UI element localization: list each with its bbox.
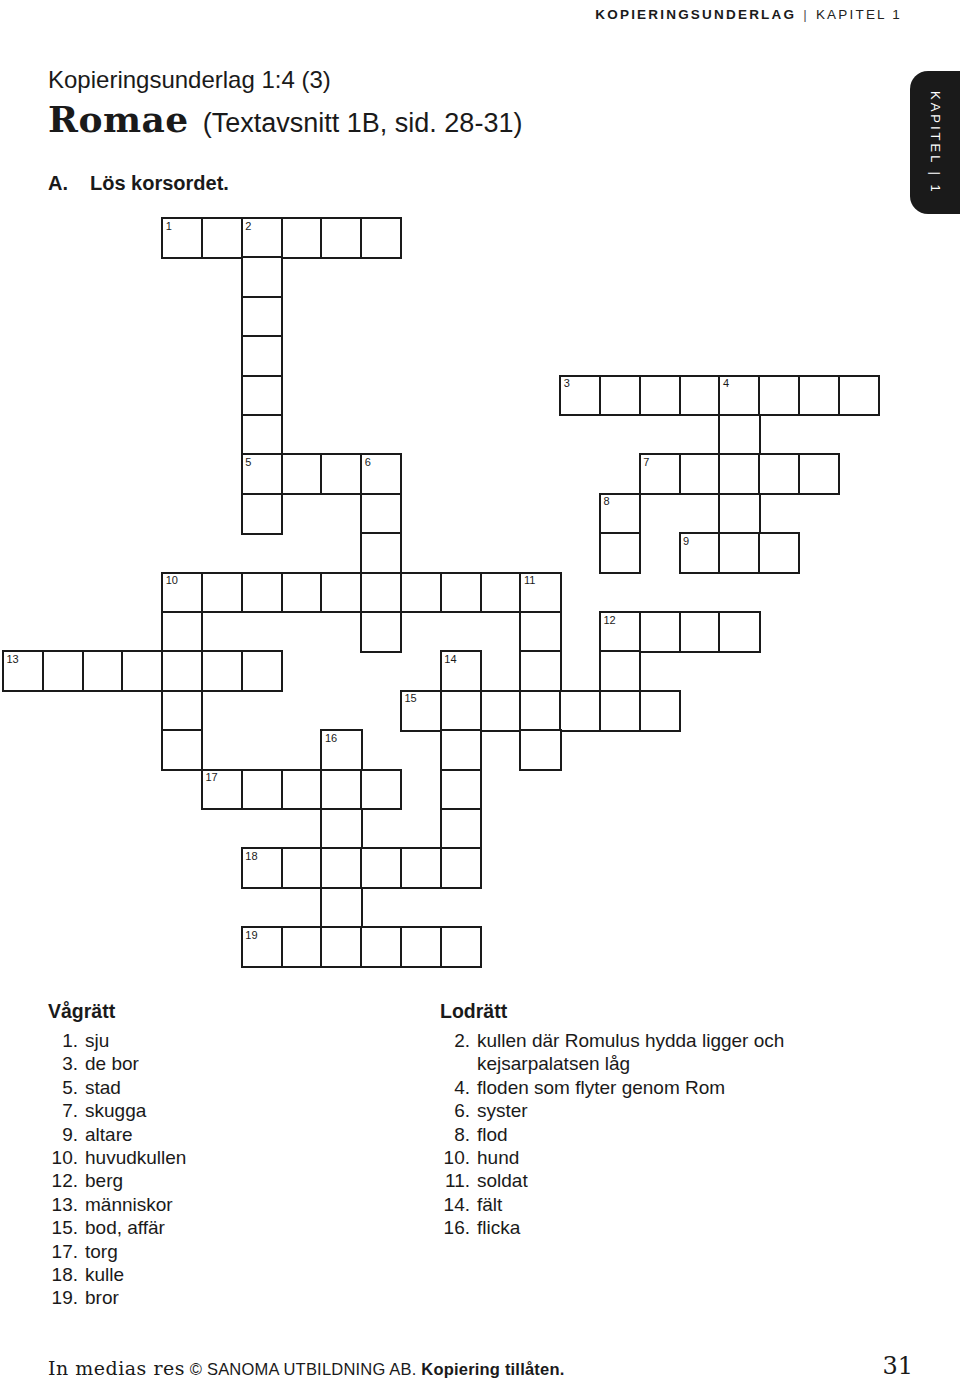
grid-cell[interactable] (241, 414, 283, 456)
clue-item: 2.kullen där Romulus hydda ligger och ke… (440, 1029, 862, 1076)
grid-cell[interactable] (480, 690, 522, 732)
grid-cell[interactable] (161, 729, 203, 771)
worksheet-page: { "header": { "section": "KOPIERINGSUNDE… (0, 0, 960, 1388)
clue-item-text: de bor (85, 1052, 139, 1075)
clue-number: 2 (245, 220, 251, 232)
page-number: 31 (882, 1352, 913, 1380)
grid-cell[interactable] (519, 650, 561, 692)
clue-item-text: kullen där Romulus hydda ligger och kejs… (477, 1029, 862, 1076)
grid-cell[interactable] (679, 611, 721, 653)
clue-number: 16 (325, 732, 337, 744)
grid-cell[interactable] (320, 887, 362, 929)
grid-cell[interactable] (281, 847, 323, 889)
grid-cell[interactable] (440, 847, 482, 889)
grid-cell[interactable] (639, 375, 681, 417)
grid-cell[interactable] (241, 572, 283, 614)
grid-cell[interactable] (758, 453, 800, 495)
clue-item: 4.floden som flyter genom Rom (440, 1076, 862, 1099)
grid-cell[interactable] (360, 217, 402, 259)
grid-cell[interactable] (440, 690, 482, 732)
grid-cell[interactable]: 2 (241, 217, 283, 259)
grid-cell[interactable] (82, 650, 124, 692)
grid-cell[interactable] (599, 690, 641, 732)
clue-item-text: flod (477, 1123, 508, 1146)
grid-cell[interactable] (679, 453, 721, 495)
grid-cell[interactable] (718, 611, 760, 653)
down-clues-header: Lodrätt (440, 1000, 862, 1023)
grid-cell[interactable]: 15 (400, 690, 442, 732)
grid-cell[interactable] (838, 375, 880, 417)
grid-cell[interactable] (281, 769, 323, 811)
clue-item-number: 10. (440, 1146, 470, 1169)
clue-number: 3 (564, 377, 570, 389)
clue-number: 18 (245, 850, 257, 862)
grid-cell[interactable] (758, 375, 800, 417)
grid-cell[interactable] (320, 572, 362, 614)
clue-item-text: flicka (477, 1216, 520, 1239)
grid-cell[interactable] (718, 453, 760, 495)
clue-number: 7 (643, 456, 649, 468)
grid-cell[interactable]: 16 (320, 729, 362, 771)
clue-item: 10.hund (440, 1146, 862, 1169)
grid-cell[interactable] (798, 453, 840, 495)
grid-cell[interactable] (718, 532, 760, 574)
grid-cell[interactable] (440, 808, 482, 850)
clue-item: 13.människor (48, 1193, 186, 1216)
clue-item-number: 18. (48, 1263, 78, 1286)
clue-item: 11.soldat (440, 1169, 862, 1192)
clue-item-text: huvudkullen (85, 1146, 186, 1169)
grid-cell[interactable] (320, 217, 362, 259)
grid-cell[interactable] (281, 572, 323, 614)
across-clue-list: 1.sju3.de bor5.stad7.skugga9.altare10.hu… (48, 1029, 186, 1310)
clue-number: 4 (723, 377, 729, 389)
grid-cell[interactable]: 6 (360, 453, 402, 495)
clue-item-text: kulle (85, 1263, 124, 1286)
clue-item: 3.de bor (48, 1052, 186, 1075)
clue-item: 14.fält (440, 1193, 862, 1216)
grid-cell[interactable]: 18 (241, 847, 283, 889)
grid-cell[interactable]: 12 (599, 611, 641, 653)
clue-item: 7.skugga (48, 1099, 186, 1122)
grid-cell[interactable] (559, 690, 601, 732)
grid-cell[interactable]: 10 (161, 572, 203, 614)
clue-number: 1 (166, 220, 172, 232)
grid-cell[interactable] (360, 769, 402, 811)
clue-item-text: hund (477, 1146, 519, 1169)
imprint-series-title: In medias res (48, 1357, 185, 1379)
grid-cell[interactable] (480, 572, 522, 614)
grid-cell[interactable] (798, 375, 840, 417)
grid-cell[interactable] (360, 572, 402, 614)
grid-cell[interactable] (281, 453, 323, 495)
grid-cell[interactable] (718, 414, 760, 456)
clue-number: 9 (683, 535, 689, 547)
grid-cell[interactable]: 13 (2, 650, 44, 692)
crossword-grid: 12345678910111213141516171819 (0, 0, 960, 1000)
clue-item: 17.torg (48, 1240, 186, 1263)
grid-cell[interactable] (320, 453, 362, 495)
grid-cell[interactable] (440, 926, 482, 968)
grid-cell[interactable] (320, 926, 362, 968)
grid-cell[interactable] (201, 572, 243, 614)
clue-item: 18.kulle (48, 1263, 186, 1286)
clue-number: 11 (524, 574, 535, 586)
clue-number: 15 (405, 692, 417, 704)
clue-item: 12.berg (48, 1169, 186, 1192)
grid-cell[interactable] (400, 572, 442, 614)
grid-cell[interactable] (201, 650, 243, 692)
clue-item: 9.altare (48, 1123, 186, 1146)
grid-cell[interactable] (281, 926, 323, 968)
grid-cell[interactable] (360, 493, 402, 535)
imprint-copy-notice: Kopiering tillåten. (421, 1360, 564, 1378)
grid-cell[interactable] (599, 650, 641, 692)
grid-cell[interactable] (281, 217, 323, 259)
grid-cell[interactable] (241, 335, 283, 377)
clue-item-number: 8. (440, 1123, 470, 1146)
grid-cell[interactable]: 8 (599, 493, 641, 535)
grid-cell[interactable] (241, 769, 283, 811)
clue-item-number: 9. (48, 1123, 78, 1146)
grid-cell[interactable]: 9 (679, 532, 721, 574)
grid-cell[interactable] (241, 256, 283, 298)
grid-cell[interactable] (320, 769, 362, 811)
grid-cell[interactable] (320, 847, 362, 889)
grid-cell[interactable]: 11 (519, 572, 561, 614)
grid-cell[interactable] (241, 296, 283, 338)
grid-cell[interactable] (679, 375, 721, 417)
grid-cell[interactable] (718, 493, 760, 535)
clue-item-text: stad (85, 1076, 121, 1099)
clue-item: 15.bod, affär (48, 1216, 186, 1239)
clue-item-number: 16. (440, 1216, 470, 1239)
imprint-footer: In medias res © SANOMA UTBILDNING AB. Ko… (48, 1357, 564, 1379)
grid-cell[interactable] (400, 847, 442, 889)
grid-cell[interactable] (639, 611, 681, 653)
across-clues-header: Vågrätt (48, 1000, 186, 1023)
clue-item-text: syster (477, 1099, 528, 1122)
grid-cell[interactable] (400, 926, 442, 968)
clue-item-number: 6. (440, 1099, 470, 1122)
clue-item: 19.bror (48, 1286, 186, 1309)
clue-item-number: 3. (48, 1052, 78, 1075)
clue-item-text: soldat (477, 1169, 528, 1192)
clue-item-number: 19. (48, 1286, 78, 1309)
clue-item-number: 7. (48, 1099, 78, 1122)
grid-cell[interactable]: 14 (440, 650, 482, 692)
clue-item-text: torg (85, 1240, 118, 1263)
grid-cell[interactable]: 7 (639, 453, 681, 495)
grid-cell[interactable] (360, 926, 402, 968)
grid-cell[interactable]: 1 (161, 217, 203, 259)
clue-item-number: 2. (440, 1029, 470, 1076)
clue-number: 14 (444, 653, 456, 665)
grid-cell[interactable] (201, 217, 243, 259)
clue-item-number: 4. (440, 1076, 470, 1099)
grid-cell[interactable] (440, 769, 482, 811)
grid-cell[interactable] (161, 611, 203, 653)
grid-cell[interactable]: 4 (718, 375, 760, 417)
grid-cell[interactable] (360, 611, 402, 653)
clue-item-number: 11. (440, 1169, 470, 1192)
down-clues: Lodrätt 2.kullen där Romulus hydda ligge… (440, 1000, 862, 1240)
clue-number: 19 (245, 929, 257, 941)
grid-cell[interactable]: 19 (241, 926, 283, 968)
grid-cell[interactable] (440, 729, 482, 771)
grid-cell[interactable] (639, 690, 681, 732)
clue-item-text: bod, affär (85, 1216, 165, 1239)
clue-number: 17 (206, 771, 218, 783)
grid-cell[interactable] (241, 493, 283, 535)
clue-item-text: sju (85, 1029, 109, 1052)
imprint-publisher: © SANOMA UTBILDNING AB. (190, 1360, 417, 1378)
grid-cell[interactable] (42, 650, 84, 692)
clue-item-number: 14. (440, 1193, 470, 1216)
grid-cell[interactable] (519, 690, 561, 732)
grid-cell[interactable] (121, 650, 163, 692)
clue-item: 5.stad (48, 1076, 186, 1099)
clue-number: 6 (365, 456, 371, 468)
grid-cell[interactable] (758, 532, 800, 574)
grid-cell[interactable] (599, 375, 641, 417)
clue-item-number: 5. (48, 1076, 78, 1099)
grid-cell[interactable]: 17 (201, 769, 243, 811)
grid-cell[interactable] (360, 847, 402, 889)
across-clues: Vågrätt 1.sju3.de bor5.stad7.skugga9.alt… (48, 1000, 186, 1310)
down-clue-list: 2.kullen där Romulus hydda ligger och ke… (440, 1029, 862, 1240)
clue-item-number: 1. (48, 1029, 78, 1052)
grid-cell[interactable] (241, 650, 283, 692)
grid-cell[interactable] (360, 532, 402, 574)
clue-number: 13 (7, 653, 19, 665)
clue-number: 12 (604, 614, 616, 626)
grid-cell[interactable]: 5 (241, 453, 283, 495)
grid-cell[interactable] (519, 729, 561, 771)
clue-item: 1.sju (48, 1029, 186, 1052)
clue-item: 6.syster (440, 1099, 862, 1122)
clue-item-text: berg (85, 1169, 123, 1192)
grid-cell[interactable] (599, 532, 641, 574)
clue-item-text: bror (85, 1286, 119, 1309)
grid-cell[interactable]: 3 (559, 375, 601, 417)
clue-item-number: 10. (48, 1146, 78, 1169)
clue-item-number: 13. (48, 1193, 78, 1216)
grid-cell[interactable] (161, 650, 203, 692)
grid-cell[interactable] (241, 375, 283, 417)
clue-item-text: skugga (85, 1099, 146, 1122)
clue-item: 8.flod (440, 1123, 862, 1146)
clue-item-number: 17. (48, 1240, 78, 1263)
clue-item: 10.huvudkullen (48, 1146, 186, 1169)
clue-item-number: 15. (48, 1216, 78, 1239)
clue-item-text: fält (477, 1193, 502, 1216)
clue-number: 8 (604, 495, 610, 507)
clue-item-text: altare (85, 1123, 133, 1146)
grid-cell[interactable] (440, 572, 482, 614)
clue-number: 5 (245, 456, 251, 468)
clue-item-text: floden som flyter genom Rom (477, 1076, 725, 1099)
clue-item-number: 12. (48, 1169, 78, 1192)
grid-cell[interactable] (519, 611, 561, 653)
clue-item-text: människor (85, 1193, 173, 1216)
grid-cell[interactable] (161, 690, 203, 732)
clue-item: 16.flicka (440, 1216, 862, 1239)
clue-number: 10 (166, 574, 178, 586)
grid-cell[interactable] (320, 808, 362, 850)
